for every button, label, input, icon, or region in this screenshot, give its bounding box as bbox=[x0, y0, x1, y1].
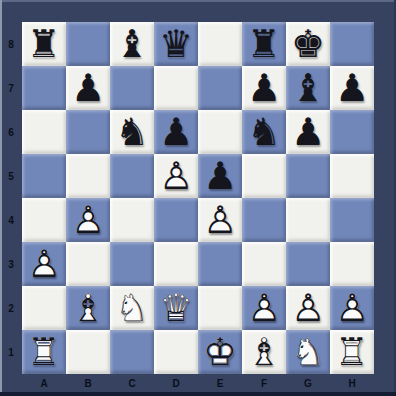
square-c1[interactable] bbox=[110, 330, 154, 374]
square-e2[interactable] bbox=[198, 286, 242, 330]
piece-black-pawn[interactable]: ♟ bbox=[242, 66, 286, 110]
piece-white-king[interactable]: ♚♔ bbox=[198, 330, 242, 374]
piece-glyph: ♙ bbox=[66, 198, 110, 242]
piece-white-pawn[interactable]: ♟♙ bbox=[242, 286, 286, 330]
chess-board-frame: 87654321 ♜♝♛♜♚♟♟♝♟♞♟♞♟♟♙♟♟♙♟♙♟♙♝♗♞♘♛♕♟♙♟… bbox=[0, 0, 396, 396]
square-c7[interactable] bbox=[110, 66, 154, 110]
rank-label-6: 6 bbox=[0, 110, 22, 154]
square-d1[interactable] bbox=[154, 330, 198, 374]
rank-label-8: 8 bbox=[0, 22, 22, 66]
square-f5[interactable] bbox=[242, 154, 286, 198]
piece-glyph: ♝ bbox=[286, 66, 330, 110]
piece-black-pawn[interactable]: ♟ bbox=[66, 66, 110, 110]
piece-glyph: ♜ bbox=[22, 22, 66, 66]
square-a2[interactable] bbox=[22, 286, 66, 330]
piece-glyph: ♖ bbox=[22, 330, 66, 374]
piece-black-king[interactable]: ♚ bbox=[286, 22, 330, 66]
piece-black-bishop[interactable]: ♝ bbox=[110, 22, 154, 66]
piece-glyph: ♛ bbox=[154, 22, 198, 66]
piece-glyph: ♞ bbox=[110, 110, 154, 154]
square-b1[interactable] bbox=[66, 330, 110, 374]
square-b6[interactable] bbox=[66, 110, 110, 154]
piece-white-rook[interactable]: ♜♖ bbox=[22, 330, 66, 374]
piece-white-rook[interactable]: ♜♖ bbox=[330, 330, 374, 374]
square-c5[interactable] bbox=[110, 154, 154, 198]
square-d2[interactable]: ♛♕ bbox=[154, 286, 198, 330]
square-f1[interactable]: ♝♗ bbox=[242, 330, 286, 374]
square-b3[interactable] bbox=[66, 242, 110, 286]
square-b2[interactable]: ♝♗ bbox=[66, 286, 110, 330]
square-b4[interactable]: ♟♙ bbox=[66, 198, 110, 242]
square-d4[interactable] bbox=[154, 198, 198, 242]
piece-glyph: ♚ bbox=[286, 22, 330, 66]
square-e5[interactable]: ♟ bbox=[198, 154, 242, 198]
piece-glyph: ♟ bbox=[286, 110, 330, 154]
piece-glyph: ♘ bbox=[110, 286, 154, 330]
square-a1[interactable]: ♜♖ bbox=[22, 330, 66, 374]
piece-white-knight[interactable]: ♞♘ bbox=[286, 330, 330, 374]
piece-white-pawn[interactable]: ♟♙ bbox=[198, 198, 242, 242]
piece-black-rook[interactable]: ♜ bbox=[22, 22, 66, 66]
piece-black-queen[interactable]: ♛ bbox=[154, 22, 198, 66]
rank-label-4: 4 bbox=[0, 198, 22, 242]
square-a4[interactable] bbox=[22, 198, 66, 242]
piece-glyph: ♘ bbox=[286, 330, 330, 374]
piece-glyph: ♟ bbox=[242, 66, 286, 110]
square-g4[interactable] bbox=[286, 198, 330, 242]
square-c2[interactable]: ♞♘ bbox=[110, 286, 154, 330]
piece-black-bishop[interactable]: ♝ bbox=[286, 66, 330, 110]
rank-label-5: 5 bbox=[0, 154, 22, 198]
piece-black-pawn[interactable]: ♟ bbox=[286, 110, 330, 154]
square-h5[interactable] bbox=[330, 154, 374, 198]
rank-labels: 87654321 bbox=[0, 22, 22, 374]
piece-white-bishop[interactable]: ♝♗ bbox=[66, 286, 110, 330]
square-c4[interactable] bbox=[110, 198, 154, 242]
rank-label-7: 7 bbox=[0, 66, 22, 110]
square-e1[interactable]: ♚♔ bbox=[198, 330, 242, 374]
piece-glyph: ♙ bbox=[242, 286, 286, 330]
piece-glyph: ♙ bbox=[198, 198, 242, 242]
piece-black-knight[interactable]: ♞ bbox=[242, 110, 286, 154]
piece-glyph: ♝ bbox=[110, 22, 154, 66]
rank-label-3: 3 bbox=[0, 242, 22, 286]
square-g5[interactable] bbox=[286, 154, 330, 198]
rank-label-1: 1 bbox=[0, 330, 22, 374]
piece-glyph: ♙ bbox=[22, 242, 66, 286]
square-a7[interactable] bbox=[22, 66, 66, 110]
file-label-c: C bbox=[110, 374, 154, 391]
file-label-d: D bbox=[154, 374, 198, 391]
square-e8[interactable] bbox=[198, 22, 242, 66]
square-g6[interactable]: ♟ bbox=[286, 110, 330, 154]
square-e3[interactable] bbox=[198, 242, 242, 286]
piece-glyph: ♙ bbox=[154, 154, 198, 198]
piece-glyph: ♙ bbox=[330, 286, 374, 330]
frame-bevel-bottom bbox=[0, 392, 396, 396]
square-d8[interactable]: ♛ bbox=[154, 22, 198, 66]
square-c8[interactable]: ♝ bbox=[110, 22, 154, 66]
square-f8[interactable]: ♜ bbox=[242, 22, 286, 66]
square-b8[interactable] bbox=[66, 22, 110, 66]
piece-black-pawn[interactable]: ♟ bbox=[330, 66, 374, 110]
piece-white-bishop[interactable]: ♝♗ bbox=[242, 330, 286, 374]
piece-glyph: ♗ bbox=[242, 330, 286, 374]
square-e6[interactable] bbox=[198, 110, 242, 154]
square-f2[interactable]: ♟♙ bbox=[242, 286, 286, 330]
piece-glyph: ♟ bbox=[154, 110, 198, 154]
square-a3[interactable]: ♟♙ bbox=[22, 242, 66, 286]
piece-glyph: ♕ bbox=[154, 286, 198, 330]
square-h6[interactable] bbox=[330, 110, 374, 154]
file-label-e: E bbox=[198, 374, 242, 391]
square-h1[interactable]: ♜♖ bbox=[330, 330, 374, 374]
rank-label-2: 2 bbox=[0, 286, 22, 330]
file-label-f: F bbox=[242, 374, 286, 391]
square-g7[interactable]: ♝ bbox=[286, 66, 330, 110]
piece-black-pawn[interactable]: ♟ bbox=[198, 154, 242, 198]
file-label-a: A bbox=[22, 374, 66, 391]
square-g2[interactable]: ♟♙ bbox=[286, 286, 330, 330]
square-f4[interactable] bbox=[242, 198, 286, 242]
piece-white-pawn[interactable]: ♟♙ bbox=[22, 242, 66, 286]
piece-glyph: ♟ bbox=[66, 66, 110, 110]
square-c6[interactable]: ♞ bbox=[110, 110, 154, 154]
piece-black-knight[interactable]: ♞ bbox=[110, 110, 154, 154]
square-h7[interactable]: ♟ bbox=[330, 66, 374, 110]
piece-glyph: ♖ bbox=[330, 330, 374, 374]
square-a6[interactable] bbox=[22, 110, 66, 154]
square-c3[interactable] bbox=[110, 242, 154, 286]
square-b7[interactable]: ♟ bbox=[66, 66, 110, 110]
piece-white-knight[interactable]: ♞♘ bbox=[110, 286, 154, 330]
file-label-h: H bbox=[330, 374, 374, 391]
square-g3[interactable] bbox=[286, 242, 330, 286]
square-g1[interactable]: ♞♘ bbox=[286, 330, 330, 374]
piece-white-pawn[interactable]: ♟♙ bbox=[154, 154, 198, 198]
piece-white-pawn[interactable]: ♟♙ bbox=[330, 286, 374, 330]
piece-white-queen[interactable]: ♛♕ bbox=[154, 286, 198, 330]
square-h8[interactable] bbox=[330, 22, 374, 66]
piece-black-pawn[interactable]: ♟ bbox=[154, 110, 198, 154]
square-g8[interactable]: ♚ bbox=[286, 22, 330, 66]
piece-glyph: ♞ bbox=[242, 110, 286, 154]
piece-glyph: ♟ bbox=[198, 154, 242, 198]
file-label-b: B bbox=[66, 374, 110, 391]
square-e4[interactable]: ♟♙ bbox=[198, 198, 242, 242]
chess-board: ♜♝♛♜♚♟♟♝♟♞♟♞♟♟♙♟♟♙♟♙♟♙♝♗♞♘♛♕♟♙♟♙♟♙♜♖♚♔♝♗… bbox=[22, 22, 374, 374]
square-d7[interactable] bbox=[154, 66, 198, 110]
square-f7[interactable]: ♟ bbox=[242, 66, 286, 110]
piece-glyph: ♟ bbox=[330, 66, 374, 110]
square-d5[interactable]: ♟♙ bbox=[154, 154, 198, 198]
square-h4[interactable] bbox=[330, 198, 374, 242]
file-label-g: G bbox=[286, 374, 330, 391]
piece-white-pawn[interactable]: ♟♙ bbox=[66, 198, 110, 242]
frame-bevel-top bbox=[0, 0, 396, 2]
piece-black-rook[interactable]: ♜ bbox=[242, 22, 286, 66]
piece-white-pawn[interactable]: ♟♙ bbox=[286, 286, 330, 330]
square-b5[interactable] bbox=[66, 154, 110, 198]
square-f6[interactable]: ♞ bbox=[242, 110, 286, 154]
square-a8[interactable]: ♜ bbox=[22, 22, 66, 66]
square-e7[interactable] bbox=[198, 66, 242, 110]
square-h3[interactable] bbox=[330, 242, 374, 286]
square-h2[interactable]: ♟♙ bbox=[330, 286, 374, 330]
piece-glyph: ♙ bbox=[286, 286, 330, 330]
square-d3[interactable] bbox=[154, 242, 198, 286]
piece-glyph: ♜ bbox=[242, 22, 286, 66]
square-f3[interactable] bbox=[242, 242, 286, 286]
square-a5[interactable] bbox=[22, 154, 66, 198]
square-d6[interactable]: ♟ bbox=[154, 110, 198, 154]
file-labels: ABCDEFGH bbox=[22, 374, 374, 392]
piece-glyph: ♔ bbox=[198, 330, 242, 374]
piece-glyph: ♗ bbox=[66, 286, 110, 330]
